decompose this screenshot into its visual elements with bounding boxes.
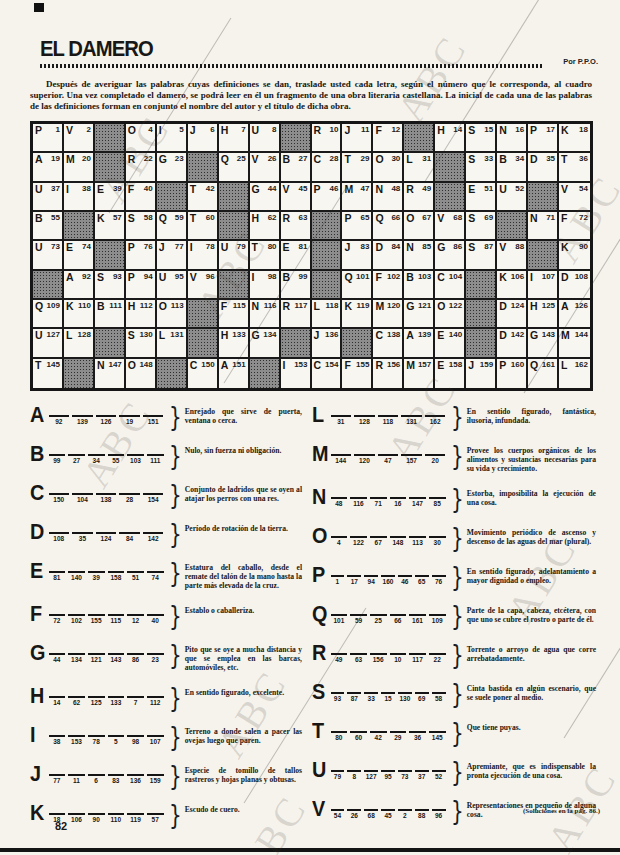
answer-blank[interactable]: 122	[350, 526, 367, 547]
grid-cell[interactable]: G143	[528, 329, 559, 358]
blank-dash	[347, 770, 361, 772]
grid-cell[interactable]: Q59	[157, 212, 188, 241]
answer-blank[interactable]: 162	[425, 405, 446, 426]
answer-blank[interactable]: 30	[429, 526, 446, 547]
answer-blank[interactable]: 10	[390, 643, 407, 664]
answer-blank[interactable]: 28	[119, 483, 140, 504]
grid-cell[interactable]: A92	[64, 271, 95, 300]
grid-cell[interactable]: U95	[157, 271, 188, 300]
grid-cell[interactable]: A19	[33, 153, 64, 182]
grid-cell[interactable]: I38	[64, 183, 95, 212]
answer-blank[interactable]: 46	[398, 565, 412, 586]
grid-cell[interactable]: V2	[64, 124, 95, 153]
answer-blank[interactable]: 113	[409, 526, 426, 547]
grid-cell[interactable]: T29	[342, 153, 373, 182]
grid-cell[interactable]: J6	[188, 124, 219, 153]
grid-cell[interactable]: N147	[95, 359, 126, 388]
answer-blank[interactable]: 58	[432, 682, 446, 703]
grid-cell[interactable]: G121	[404, 300, 435, 329]
grid-cell[interactable]: P76	[126, 241, 157, 270]
grid-cell[interactable]: M144	[559, 329, 590, 358]
answer-blank[interactable]: 67	[370, 526, 387, 547]
answer-blank[interactable]: 33	[364, 682, 378, 703]
grid-cell[interactable]: T36	[559, 153, 590, 182]
answer-blank[interactable]: 22	[429, 643, 446, 664]
answer-blank[interactable]: 60	[350, 721, 367, 742]
grid-cell[interactable]: Q109	[33, 300, 64, 329]
grid-cell[interactable]: L31	[404, 153, 435, 182]
answer-blank[interactable]: 71	[370, 487, 387, 508]
clue-definition: En sentido figurado, fantástica, ilusori…	[467, 407, 596, 425]
blank-number: 110	[111, 816, 122, 824]
clue-D: D1083512484142}Período de rotación de la…	[30, 521, 302, 547]
answer-blank[interactable]: 120	[354, 444, 375, 465]
answer-blank[interactable]: 131	[401, 405, 422, 426]
answer-blank[interactable]: 116	[350, 487, 367, 508]
answer-blank[interactable]: 35	[72, 522, 93, 543]
grid-cell[interactable]: V68	[435, 212, 466, 241]
cell-letter: C	[190, 359, 198, 371]
grid-cell[interactable]: C154	[312, 359, 343, 388]
answer-blank[interactable]: 42	[370, 721, 387, 742]
answer-blank[interactable]: 85	[429, 487, 446, 508]
answer-blank[interactable]: 45	[381, 799, 395, 820]
answer-blank[interactable]: 14	[49, 686, 66, 707]
grid-cell[interactable]: V88	[497, 241, 528, 270]
blank-number: 124	[101, 535, 112, 543]
grid-cell[interactable]: V96	[188, 271, 219, 300]
grid-cell[interactable]: E81	[281, 241, 312, 270]
answer-blank[interactable]: 103	[127, 444, 144, 465]
grid-cell[interactable]: U8	[250, 124, 281, 153]
answer-blank[interactable]: 6	[88, 764, 105, 785]
grid-cell[interactable]: P65	[342, 212, 373, 241]
grid-cell[interactable]: G23	[157, 153, 188, 182]
answer-blank[interactable]: 155	[88, 604, 105, 625]
answer-blank[interactable]: 62	[68, 686, 85, 707]
answer-blank[interactable]: 83	[108, 764, 125, 785]
answer-blank[interactable]: 78	[88, 725, 105, 746]
answer-blank[interactable]: 144	[331, 444, 352, 465]
answer-blank[interactable]: 16	[390, 487, 407, 508]
answer-blank[interactable]: 27	[68, 444, 85, 465]
answer-blank[interactable]: 12	[127, 604, 144, 625]
answer-blank[interactable]: 140	[68, 561, 85, 582]
grid-cell[interactable]: L128	[64, 329, 95, 358]
answer-blanks: 31128118131162	[329, 405, 447, 426]
answer-blank[interactable]: 112	[147, 686, 164, 707]
answer-blank[interactable]: 153	[68, 725, 85, 746]
grid-cell[interactable]: I78	[188, 241, 219, 270]
grid-cell[interactable]: H112	[126, 300, 157, 329]
grid-cell[interactable]: H133	[219, 329, 250, 358]
grid-cell[interactable]: F12	[373, 124, 404, 153]
grid-cell[interactable]: S58	[126, 212, 157, 241]
blank-dash	[331, 692, 345, 694]
answer-blank[interactable]: 101	[331, 604, 348, 625]
grid-cell[interactable]: B34	[497, 153, 528, 182]
grid-cell[interactable]: V54	[559, 183, 590, 212]
grid-cell[interactable]: V26	[250, 153, 281, 182]
grid-cell[interactable]: A126	[559, 300, 590, 329]
grid-cell[interactable]: K110	[64, 300, 95, 329]
answer-blank[interactable]: 74	[147, 561, 164, 582]
grid-cell[interactable]: R117	[281, 300, 312, 329]
grid-cell[interactable]: V45	[281, 183, 312, 212]
grid-cell[interactable]: N16	[497, 124, 528, 153]
grid-cell[interactable]: D124	[497, 300, 528, 329]
answer-blank[interactable]: 117	[409, 643, 426, 664]
answer-blank[interactable]: 37	[415, 760, 429, 781]
answer-blank[interactable]: 142	[143, 522, 164, 543]
grid-cell[interactable]: R156	[373, 359, 404, 388]
cell-letter: G	[252, 329, 260, 341]
answer-blank[interactable]: 130	[398, 682, 412, 703]
answer-blank[interactable]: 133	[108, 686, 125, 707]
answer-blank[interactable]: 86	[127, 643, 144, 664]
answer-blank[interactable]: 145	[429, 721, 446, 742]
grid-cell[interactable]: P1	[33, 124, 64, 153]
grid-cell[interactable]: F72	[559, 212, 590, 241]
bottom-rule	[0, 848, 620, 852]
grid-cell[interactable]: Q101	[342, 271, 373, 300]
answer-blank[interactable]: 125	[88, 686, 105, 707]
grid-cell[interactable]: G134	[250, 329, 281, 358]
blank-number: 106	[71, 816, 82, 824]
answer-blank[interactable]: 55	[108, 444, 125, 465]
cell-letter: U	[35, 241, 43, 253]
grid-cell[interactable]: T80	[250, 241, 281, 270]
grid-cell[interactable]: N85	[404, 241, 435, 270]
answer-blank[interactable]: 115	[108, 604, 125, 625]
answer-blank[interactable]: 59	[350, 604, 367, 625]
grid-cell[interactable]: T60	[188, 212, 219, 241]
answer-blank[interactable]: 49	[331, 643, 348, 664]
blank-dash	[119, 532, 140, 534]
grid-cell[interactable]: G44	[250, 183, 281, 212]
grid-cell[interactable]: Q66	[373, 212, 404, 241]
grid-cell[interactable]: K90	[559, 241, 590, 270]
grid-cell[interactable]: H7	[219, 124, 250, 153]
grid-cell[interactable]: A151	[219, 359, 250, 388]
grid-cell[interactable]: F115	[219, 300, 250, 329]
answer-blank[interactable]: 29	[390, 721, 407, 742]
grid-cell[interactable]: O148	[126, 359, 157, 388]
blank-number: 60	[355, 734, 362, 742]
answer-blank[interactable]: 47	[378, 444, 399, 465]
grid-cell[interactable]: D35	[528, 153, 559, 182]
answer-blank[interactable]: 17	[347, 565, 361, 586]
answer-blank[interactable]: 88	[415, 799, 429, 820]
grid-cell[interactable]: R49	[404, 183, 435, 212]
answer-blank[interactable]: 139	[72, 405, 93, 426]
answer-blank[interactable]: 109	[429, 604, 446, 625]
grid-cell[interactable]: I153	[281, 359, 312, 388]
grid-cell[interactable]: U52	[497, 183, 528, 212]
grid-cell[interactable]: M157	[404, 359, 435, 388]
grid-cell[interactable]: C150	[188, 359, 219, 388]
answer-blank[interactable]: 77	[49, 764, 66, 785]
answer-blank[interactable]: 20	[425, 444, 446, 465]
answer-blank[interactable]: 90	[88, 803, 105, 824]
answer-blank[interactable]: 93	[331, 682, 345, 703]
answer-blank[interactable]: 94	[364, 565, 378, 586]
grid-cell[interactable]: C28	[312, 153, 343, 182]
cell-number: 106	[511, 272, 524, 282]
grid-cell[interactable]: K57	[95, 212, 126, 241]
clue-definition: Parte de la capa, cabeza, etcétera, con …	[467, 606, 596, 624]
answer-blank[interactable]: 2	[398, 799, 412, 820]
grid-cell[interactable]: I5	[157, 124, 188, 153]
grid-cell[interactable]: D142	[497, 329, 528, 358]
answer-blank[interactable]: 156	[370, 643, 387, 664]
answer-blank[interactable]: 40	[147, 604, 164, 625]
answer-blank[interactable]: 154	[143, 483, 164, 504]
answer-blank[interactable]: 54	[331, 799, 345, 820]
grid-cell[interactable]: M120	[373, 300, 404, 329]
answer-blank[interactable]: 127	[364, 760, 378, 781]
answer-blank[interactable]: 63	[350, 643, 367, 664]
answer-blank[interactable]: 128	[354, 405, 375, 426]
blank-number: 99	[53, 457, 60, 465]
answer-blank[interactable]: 111	[147, 444, 164, 465]
answer-blank[interactable]: 69	[415, 682, 429, 703]
answer-blank[interactable]: 5	[108, 725, 125, 746]
answer-blank[interactable]: 157	[401, 444, 422, 465]
blocked-cell	[95, 153, 126, 182]
clue-L: L31128118131162}En sentido figurado, fan…	[312, 404, 596, 430]
grid-cell[interactable]: C138	[373, 329, 404, 358]
grid-cell[interactable]: F155	[342, 359, 373, 388]
grid-cell[interactable]: R10	[312, 124, 343, 153]
answer-blank[interactable]: 104	[72, 483, 93, 504]
answer-blank[interactable]: 148	[390, 526, 407, 547]
answer-blank[interactable]: 44	[49, 643, 66, 664]
grid-cell[interactable]: L162	[559, 359, 590, 388]
grid-cell[interactable]: M47	[342, 183, 373, 212]
answer-blank[interactable]: 8	[347, 760, 361, 781]
answer-blank[interactable]: 138	[96, 483, 117, 504]
answer-blank[interactable]: 31	[331, 405, 352, 426]
grid-cell[interactable]: J11	[342, 124, 373, 153]
grid-cell[interactable]: P46	[312, 183, 343, 212]
answer-blank[interactable]: 158	[108, 561, 125, 582]
clue-K: K181069011011957}Escudo de cuero.	[30, 802, 302, 828]
answer-blank[interactable]: 134	[68, 643, 85, 664]
answer-blank[interactable]: 51	[127, 561, 144, 582]
grid-cell[interactable]: F40	[126, 183, 157, 212]
grid-cell[interactable]: U127	[33, 329, 64, 358]
answer-blank[interactable]: 107	[147, 725, 164, 746]
answer-blank[interactable]: 1	[331, 565, 345, 586]
grid-cell[interactable]: S87	[466, 241, 497, 270]
answer-blank[interactable]: 110	[108, 803, 125, 824]
grid-cell[interactable]: H14	[435, 124, 466, 153]
grid-cell[interactable]: H125	[528, 300, 559, 329]
grid-cell[interactable]: D84	[373, 241, 404, 270]
grid-cell[interactable]: B111	[95, 300, 126, 329]
grid-cell[interactable]: B27	[281, 153, 312, 182]
answer-blank[interactable]: 52	[432, 760, 446, 781]
grid-cell[interactable]: K119	[342, 300, 373, 329]
grid-cell[interactable]: R63	[281, 212, 312, 241]
answer-blank[interactable]: 15	[381, 682, 395, 703]
answer-blank[interactable]: 4	[331, 526, 348, 547]
answer-blank[interactable]: 26	[347, 799, 361, 820]
blocked-cell	[188, 329, 219, 358]
answer-blank[interactable]: 87	[347, 682, 361, 703]
answer-blank[interactable]: 143	[108, 643, 125, 664]
answer-blank[interactable]: 95	[381, 760, 395, 781]
grid-cell[interactable]: E158	[435, 359, 466, 388]
answer-blank[interactable]: 161	[409, 604, 426, 625]
cell-letter: T	[344, 153, 350, 165]
cell-number: 138	[387, 330, 400, 340]
answer-blank[interactable]: 118	[378, 405, 399, 426]
answer-blank[interactable]: 25	[370, 604, 387, 625]
blank-dash	[331, 614, 348, 616]
answer-blank[interactable]: 102	[68, 604, 85, 625]
answer-blank[interactable]: 65	[415, 565, 429, 586]
grid-cell[interactable]: D108	[559, 271, 590, 300]
answer-blank[interactable]: 119	[127, 803, 144, 824]
answer-blank[interactable]: 76	[432, 565, 446, 586]
grid-cell[interactable]: O67	[404, 212, 435, 241]
grid-cell[interactable]: O30	[373, 153, 404, 182]
grid-cell[interactable]: P94	[126, 271, 157, 300]
blank-number: 29	[394, 734, 401, 742]
grid-cell[interactable]: O113	[157, 300, 188, 329]
grid-cell[interactable]: U73	[33, 241, 64, 270]
answer-blank[interactable]: 121	[88, 643, 105, 664]
grid-cell[interactable]: G86	[435, 241, 466, 270]
cell-number: 57	[113, 213, 122, 223]
grid-cell[interactable]: M20	[64, 153, 95, 182]
answer-blank[interactable]: 19	[119, 405, 140, 426]
grid-cell[interactable]: S130	[126, 329, 157, 358]
grid-cell[interactable]: N71	[528, 212, 559, 241]
grid-cell[interactable]: T145	[33, 359, 64, 388]
answer-blank[interactable]: 159	[147, 764, 164, 785]
answer-blank[interactable]: 81	[49, 561, 66, 582]
answer-blank[interactable]: 96	[432, 799, 446, 820]
grid-cell[interactable]: B55	[33, 212, 64, 241]
answer-blank[interactable]: 80	[331, 721, 348, 742]
grid-cell[interactable]: I98	[250, 271, 281, 300]
grid-cell[interactable]: B103	[404, 271, 435, 300]
grid-cell[interactable]: S69	[466, 212, 497, 241]
grid-cell[interactable]: E39	[95, 183, 126, 212]
grid-cell[interactable]: O4	[126, 124, 157, 153]
grid-cell[interactable]: K18	[559, 124, 590, 153]
grid-cell[interactable]: L131	[157, 329, 188, 358]
blank-dash	[108, 696, 125, 698]
grid-cell[interactable]: E74	[64, 241, 95, 270]
grid-cell[interactable]: P17	[528, 124, 559, 153]
cell-letter: F	[221, 300, 227, 312]
grid-cell[interactable]: L118	[312, 300, 343, 329]
grid-cell[interactable]: P160	[497, 359, 528, 388]
grid-cell[interactable]: F102	[373, 271, 404, 300]
answer-blank[interactable]: 79	[331, 760, 345, 781]
grid-cell[interactable]: S93	[95, 271, 126, 300]
grid-cell[interactable]: J83	[342, 241, 373, 270]
answer-blank[interactable]: 92	[49, 405, 70, 426]
blank-dash	[398, 770, 412, 772]
answer-blank[interactable]: 160	[381, 565, 395, 586]
cell-letter: N	[97, 359, 105, 371]
blank-number: 78	[93, 738, 100, 746]
grid-cell[interactable]: B99	[281, 271, 312, 300]
answer-blank[interactable]: 39	[88, 561, 105, 582]
grid-cell[interactable]: E140	[435, 329, 466, 358]
grid-cell[interactable]: J136	[312, 329, 343, 358]
cell-letter: Q	[159, 212, 167, 224]
grid-cell[interactable]: I107	[528, 271, 559, 300]
answer-blank[interactable]: 7	[127, 686, 144, 707]
answer-blank[interactable]: 34	[88, 444, 105, 465]
blank-dash	[370, 497, 387, 499]
blank-number: 138	[101, 496, 112, 504]
grid-cell[interactable]: K106	[497, 271, 528, 300]
answer-blank[interactable]: 57	[147, 803, 164, 824]
answer-blank[interactable]: 126	[96, 405, 117, 426]
grid-cell[interactable]: J159	[466, 359, 497, 388]
answer-blank[interactable]: 73	[398, 760, 412, 781]
grid-cell[interactable]: H62	[250, 212, 281, 241]
blank-dash	[127, 774, 144, 776]
answer-blank[interactable]: 150	[49, 483, 70, 504]
grid-cell[interactable]: E51	[466, 183, 497, 212]
answer-blank[interactable]: 23	[147, 643, 164, 664]
answer-blank[interactable]: 106	[68, 803, 85, 824]
answer-blank[interactable]: 84	[119, 522, 140, 543]
grid-cell[interactable]: A139	[404, 329, 435, 358]
answer-blank[interactable]: 68	[364, 799, 378, 820]
grid-cell[interactable]: O122	[435, 300, 466, 329]
grid-cell[interactable]: N116	[250, 300, 281, 329]
grid-cell[interactable]: Q161	[528, 359, 559, 388]
answer-blank[interactable]: 38	[49, 725, 66, 746]
answer-blank[interactable]: 98	[127, 725, 144, 746]
grid-cell[interactable]: R22	[126, 153, 157, 182]
grid-cell[interactable]: U37	[33, 183, 64, 212]
cell-letter: D	[561, 271, 569, 283]
grid-cell[interactable]: U79	[219, 241, 250, 270]
answer-blank[interactable]: 151	[143, 405, 164, 426]
answer-blank[interactable]: 108	[49, 522, 70, 543]
grid-cell[interactable]: C104	[435, 271, 466, 300]
answer-blank[interactable]: 124	[96, 522, 117, 543]
answer-blank[interactable]: 11	[68, 764, 85, 785]
answer-blank[interactable]: 99	[49, 444, 66, 465]
grid-cell[interactable]: S33	[466, 153, 497, 182]
cell-letter: D	[530, 153, 538, 165]
answer-blank[interactable]: 147	[409, 487, 426, 508]
answer-blank[interactable]: 66	[390, 604, 407, 625]
answer-blank[interactable]: 36	[409, 721, 426, 742]
grid-cell[interactable]: J77	[157, 241, 188, 270]
grid-cell[interactable]: Q25	[219, 153, 250, 182]
grid-cell[interactable]: T42	[188, 183, 219, 212]
grid-cell[interactable]: N48	[373, 183, 404, 212]
answer-blank[interactable]: 48	[331, 487, 348, 508]
cell-number: 116	[264, 301, 277, 311]
answer-blank[interactable]: 72	[49, 604, 66, 625]
clue-brace: }	[169, 477, 182, 512]
answer-blank[interactable]: 136	[127, 764, 144, 785]
grid-cell[interactable]: S15	[466, 124, 497, 153]
